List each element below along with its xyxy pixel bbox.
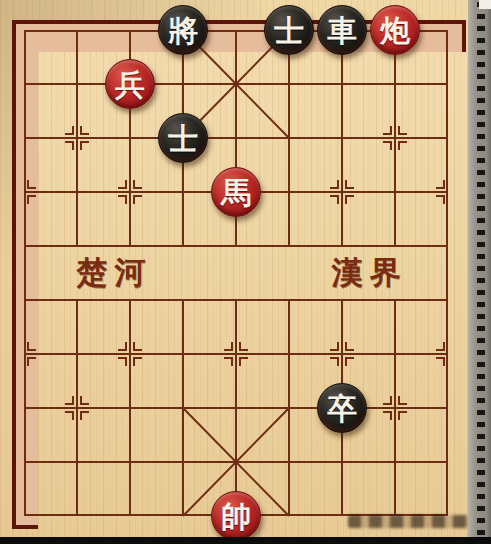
red-soldier-glyph: 兵 — [106, 60, 154, 110]
black-advisor[interactable]: 士 — [158, 113, 208, 163]
black-advisor[interactable]: 士 — [264, 5, 314, 55]
watermark-smudge — [348, 515, 470, 528]
filmstrip-corner — [479, 0, 491, 9]
red-general[interactable]: 帥 — [211, 491, 261, 541]
filmstrip-holes — [477, 2, 485, 542]
black-soldier[interactable]: 卒 — [317, 383, 367, 433]
red-general-glyph: 帥 — [212, 492, 260, 542]
river-label-chu: 楚河 — [56, 252, 166, 292]
red-horse[interactable]: 馬 — [211, 167, 261, 217]
filmstrip-edge — [468, 0, 491, 544]
black-chariot-glyph: 車 — [318, 6, 366, 56]
red-soldier[interactable]: 兵 — [105, 59, 155, 109]
black-soldier-glyph: 卒 — [318, 384, 366, 434]
river-label-han: 漢界 — [311, 252, 421, 292]
red-cannon-glyph: 炮 — [371, 6, 419, 56]
black-advisor-glyph: 士 — [265, 6, 313, 56]
black-general-glyph: 將 — [159, 6, 207, 56]
black-general[interactable]: 將 — [158, 5, 208, 55]
xiangqi-screenshot: 楚河 漢界 將士車炮兵士馬卒帥 — [0, 0, 491, 544]
black-chariot[interactable]: 車 — [317, 5, 367, 55]
red-horse-glyph: 馬 — [212, 168, 260, 218]
red-cannon[interactable]: 炮 — [370, 5, 420, 55]
black-advisor-glyph: 士 — [159, 114, 207, 164]
bottom-black-bar — [0, 537, 491, 544]
